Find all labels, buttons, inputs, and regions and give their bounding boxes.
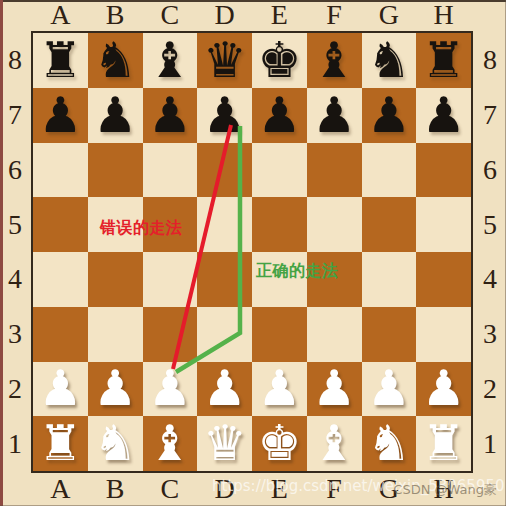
piece-black-pawn: ♟ <box>203 91 247 140</box>
file-label-b: B <box>88 473 143 505</box>
piece-black-pawn: ♟ <box>148 91 192 140</box>
watermark-handle: CSDN @Wang豪 <box>393 481 497 499</box>
rank-label-3: 3 <box>0 307 30 362</box>
rank-label-1: 1 <box>0 416 30 471</box>
square-b2: ♟ <box>88 362 143 417</box>
square-g1: ♞ <box>362 416 417 471</box>
square-b1: ♞ <box>88 416 143 471</box>
piece-white-pawn: ♟ <box>148 364 192 413</box>
square-h1: ♜ <box>416 416 471 471</box>
square-f2: ♟ <box>307 362 362 417</box>
correct-move-label: 正确的走法 <box>256 261 339 282</box>
piece-white-pawn: ♟ <box>312 364 356 413</box>
square-d7: ♟ <box>197 88 252 143</box>
square-h3 <box>416 307 471 362</box>
piece-white-bishop: ♝ <box>312 419 356 468</box>
rank-label-7: 7 <box>0 88 30 143</box>
rank-label-6: 6 <box>475 143 505 198</box>
rank-label-6: 6 <box>0 143 30 198</box>
piece-black-pawn: ♟ <box>422 91 466 140</box>
piece-black-rook: ♜ <box>38 36 82 85</box>
piece-black-knight: ♞ <box>367 36 411 85</box>
piece-white-pawn: ♟ <box>38 364 82 413</box>
rank-labels-right: 87654321 <box>475 33 505 471</box>
square-a8: ♜ <box>33 33 88 88</box>
rank-labels-left: 87654321 <box>0 33 30 471</box>
file-label-b: B <box>88 0 143 30</box>
square-d6 <box>197 143 252 198</box>
file-label-d: D <box>197 0 252 30</box>
piece-white-rook: ♜ <box>422 419 466 468</box>
square-b3 <box>88 307 143 362</box>
square-g7: ♟ <box>362 88 417 143</box>
rank-label-8: 8 <box>475 33 505 88</box>
square-e5 <box>252 197 307 252</box>
file-label-g: G <box>362 0 417 30</box>
square-e6 <box>252 143 307 198</box>
piece-white-king: ♚ <box>257 419 301 468</box>
piece-white-pawn: ♟ <box>422 364 466 413</box>
file-label-f: F <box>307 0 362 30</box>
square-e8: ♚ <box>252 33 307 88</box>
file-label-h: H <box>416 0 471 30</box>
square-a5 <box>33 197 88 252</box>
square-c7: ♟ <box>143 88 198 143</box>
square-g8: ♞ <box>362 33 417 88</box>
square-a1: ♜ <box>33 416 88 471</box>
piece-white-pawn: ♟ <box>203 364 247 413</box>
square-b6 <box>88 143 143 198</box>
piece-black-queen: ♛ <box>203 36 247 85</box>
piece-black-bishop: ♝ <box>148 36 192 85</box>
chess-move-diagram: ABCDEFGH ABCDEFGH 87654321 87654321 ♜♞♝♛… <box>0 0 506 506</box>
piece-white-pawn: ♟ <box>93 364 137 413</box>
square-h2: ♟ <box>416 362 471 417</box>
square-g5 <box>362 197 417 252</box>
square-f3 <box>307 307 362 362</box>
square-g4 <box>362 252 417 307</box>
square-g6 <box>362 143 417 198</box>
square-c6 <box>143 143 198 198</box>
file-labels-top: ABCDEFGH <box>33 0 471 30</box>
square-d8: ♛ <box>197 33 252 88</box>
piece-white-knight: ♞ <box>367 419 411 468</box>
square-d1: ♛ <box>197 416 252 471</box>
chess-board: ♜♞♝♛♚♝♞♜♟♟♟♟♟♟♟♟♟♟♟♟♟♟♟♟♜♞♝♛♚♝♞♜ <box>31 31 473 473</box>
piece-black-pawn: ♟ <box>257 91 301 140</box>
square-c4 <box>143 252 198 307</box>
rank-label-2: 2 <box>0 362 30 417</box>
piece-black-pawn: ♟ <box>367 91 411 140</box>
wrong-move-label: 错误的走法 <box>100 218 183 239</box>
rank-label-8: 8 <box>0 33 30 88</box>
square-f6 <box>307 143 362 198</box>
square-b8: ♞ <box>88 33 143 88</box>
square-a6 <box>33 143 88 198</box>
square-h8: ♜ <box>416 33 471 88</box>
square-e2: ♟ <box>252 362 307 417</box>
piece-white-knight: ♞ <box>93 419 137 468</box>
file-label-a: A <box>33 0 88 30</box>
piece-black-pawn: ♟ <box>93 91 137 140</box>
rank-label-5: 5 <box>475 197 505 252</box>
file-label-a: A <box>33 473 88 505</box>
piece-black-pawn: ♟ <box>38 91 82 140</box>
piece-white-queen: ♛ <box>203 419 247 468</box>
square-f1: ♝ <box>307 416 362 471</box>
square-d4 <box>197 252 252 307</box>
square-e3 <box>252 307 307 362</box>
square-f7: ♟ <box>307 88 362 143</box>
piece-white-pawn: ♟ <box>257 364 301 413</box>
square-b7: ♟ <box>88 88 143 143</box>
file-label-c: C <box>143 473 198 505</box>
square-d5 <box>197 197 252 252</box>
square-c2: ♟ <box>143 362 198 417</box>
piece-black-bishop: ♝ <box>312 36 356 85</box>
square-d2: ♟ <box>197 362 252 417</box>
rank-label-2: 2 <box>475 362 505 417</box>
square-a7: ♟ <box>33 88 88 143</box>
square-c1: ♝ <box>143 416 198 471</box>
square-g2: ♟ <box>362 362 417 417</box>
piece-white-pawn: ♟ <box>367 364 411 413</box>
piece-black-knight: ♞ <box>93 36 137 85</box>
square-f5 <box>307 197 362 252</box>
square-h7: ♟ <box>416 88 471 143</box>
square-h5 <box>416 197 471 252</box>
rank-label-5: 5 <box>0 197 30 252</box>
piece-black-rook: ♜ <box>422 36 466 85</box>
square-b4 <box>88 252 143 307</box>
rank-label-4: 4 <box>475 252 505 307</box>
square-d3 <box>197 307 252 362</box>
square-c3 <box>143 307 198 362</box>
square-e7: ♟ <box>252 88 307 143</box>
rank-label-4: 4 <box>0 252 30 307</box>
square-g3 <box>362 307 417 362</box>
square-f8: ♝ <box>307 33 362 88</box>
rank-label-3: 3 <box>475 307 505 362</box>
piece-white-bishop: ♝ <box>148 419 192 468</box>
square-a3 <box>33 307 88 362</box>
square-a2: ♟ <box>33 362 88 417</box>
file-label-c: C <box>143 0 198 30</box>
piece-black-pawn: ♟ <box>312 91 356 140</box>
square-h6 <box>416 143 471 198</box>
square-c8: ♝ <box>143 33 198 88</box>
piece-black-king: ♚ <box>257 36 301 85</box>
file-label-e: E <box>252 0 307 30</box>
piece-white-rook: ♜ <box>38 419 82 468</box>
rank-label-7: 7 <box>475 88 505 143</box>
square-a4 <box>33 252 88 307</box>
square-e1: ♚ <box>252 416 307 471</box>
rank-label-1: 1 <box>475 416 505 471</box>
square-h4 <box>416 252 471 307</box>
